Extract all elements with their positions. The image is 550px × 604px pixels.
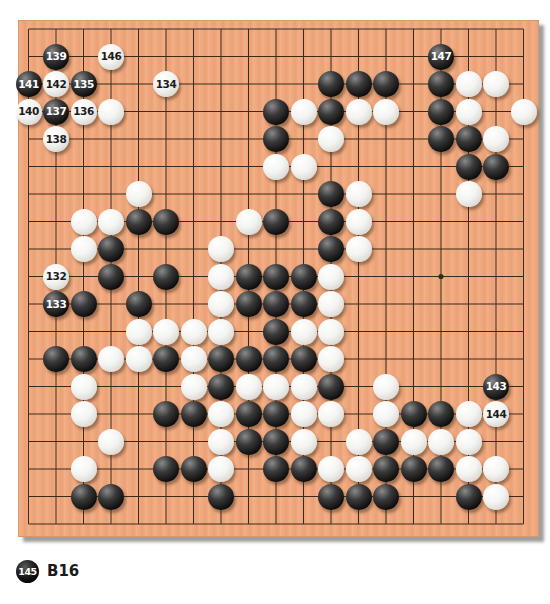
stone-black-L3 [291,456,317,482]
stone-black-R2 [456,484,482,510]
stone-white-T16 [511,99,537,125]
stone-black-S14 [483,154,509,180]
stone-black-R15 [456,126,482,152]
stone-white-J12 [236,209,262,235]
stone-black-L9 [291,291,317,317]
stone-black-K12 [263,209,289,235]
stone-black-K15 [263,126,289,152]
stone-white-S3 [483,456,509,482]
stone-black-L7 [291,346,317,372]
stone-white-D7 [98,346,124,372]
stone-black-Q5 [428,401,454,427]
move-number: 140 [18,106,39,117]
stone-white-L5 [291,401,317,427]
stone-white-K14 [263,154,289,180]
stone-black-O17 [373,71,399,97]
stone-black-Q15 [428,126,454,152]
move-caption: 145 B16 [16,559,79,583]
stone-black-M13 [318,181,344,207]
stone-black-N17 [346,71,372,97]
stone-white-J6 [236,374,262,400]
stone-white-G7 [181,346,207,372]
stone-white-B17: 142 [43,71,69,97]
move-number: 146 [101,51,122,62]
stone-white-Q4 [428,429,454,455]
stone-black-M16 [318,99,344,125]
stone-white-N4 [346,429,372,455]
stone-black-J5 [236,401,262,427]
stone-white-H9 [208,291,234,317]
stone-white-R4 [456,429,482,455]
stone-white-S15 [483,126,509,152]
stone-white-N13 [346,181,372,207]
stone-black-Q17 [428,71,454,97]
stone-white-E13 [126,181,152,207]
stone-black-M11 [318,236,344,262]
stone-black-B16: 137 [43,99,69,125]
stone-white-H3 [208,456,234,482]
stone-black-J4 [236,429,262,455]
stone-black-F7 [153,346,179,372]
stone-black-K9 [263,291,289,317]
stone-white-H5 [208,401,234,427]
caption-point-label: B16 [47,562,79,580]
stone-white-L6 [291,374,317,400]
move-number: 133 [46,299,67,310]
stone-white-R13 [456,181,482,207]
stone-black-C2 [71,484,97,510]
stone-black-C9 [71,291,97,317]
stone-black-Q16 [428,99,454,125]
stone-black-L10 [291,264,317,290]
stone-black-O4 [373,429,399,455]
stone-white-M7 [318,346,344,372]
stone-black-R14 [456,154,482,180]
move-number: 142 [46,79,67,90]
stone-black-J10 [236,264,262,290]
stone-white-C3 [71,456,97,482]
stone-black-F12 [153,209,179,235]
stone-black-N2 [346,484,372,510]
stone-white-C5 [71,401,97,427]
move-number: 147 [431,51,452,62]
stone-black-Q18: 147 [428,44,454,70]
stone-white-A16: 140 [16,99,42,125]
stone-black-G3 [181,456,207,482]
stone-black-H2 [208,484,234,510]
stone-white-G6 [181,374,207,400]
stone-white-D16 [98,99,124,125]
stone-black-Q3 [428,456,454,482]
stone-black-C17: 135 [71,71,97,97]
go-board[interactable]: 1391461471411421351341401371361381321331… [18,20,539,537]
stone-black-E12 [126,209,152,235]
move-number: 137 [46,106,67,117]
move-number: 136 [73,106,94,117]
stone-black-O2 [373,484,399,510]
stone-white-L4 [291,429,317,455]
stone-white-M8 [318,319,344,345]
caption-black-stone-icon: 145 [16,560,39,583]
stone-black-D11 [98,236,124,262]
stone-white-H4 [208,429,234,455]
stone-white-M15 [318,126,344,152]
stone-black-B7 [43,346,69,372]
stone-black-H6 [208,374,234,400]
stone-black-J7 [236,346,262,372]
stone-black-F3 [153,456,179,482]
stone-white-F17: 134 [153,71,179,97]
stone-white-N11 [346,236,372,262]
caption-move-number: 145 [18,566,37,577]
stone-white-H10 [208,264,234,290]
stone-white-L14 [291,154,317,180]
stone-white-L16 [291,99,317,125]
move-number: 143 [486,381,507,392]
stone-white-D12 [98,209,124,235]
stone-black-C7 [71,346,97,372]
stone-black-M17 [318,71,344,97]
stone-black-D10 [98,264,124,290]
stone-black-K8 [263,319,289,345]
move-number: 138 [46,134,67,145]
stone-white-L8 [291,319,317,345]
stone-black-K10 [263,264,289,290]
stone-white-S17 [483,71,509,97]
stone-white-E8 [126,319,152,345]
stone-white-M9 [318,291,344,317]
move-number: 141 [18,79,39,90]
stone-white-B10: 132 [43,264,69,290]
stone-black-O3 [373,456,399,482]
stone-black-S6: 143 [483,374,509,400]
stone-white-S2 [483,484,509,510]
stone-white-P4 [401,429,427,455]
stone-white-E7 [126,346,152,372]
stone-white-R16 [456,99,482,125]
stone-white-C11 [71,236,97,262]
stone-black-E9 [126,291,152,317]
stone-white-B15: 138 [43,126,69,152]
stone-black-K5 [263,401,289,427]
move-number: 134 [156,79,177,90]
stone-white-N16 [346,99,372,125]
stone-black-A17: 141 [16,71,42,97]
move-number: 135 [73,79,94,90]
stone-black-K4 [263,429,289,455]
stone-black-M12 [318,209,344,235]
stone-white-G8 [181,319,207,345]
stone-black-B18: 139 [43,44,69,70]
stone-white-O5 [373,401,399,427]
stone-white-S5: 144 [483,401,509,427]
stone-white-R17 [456,71,482,97]
stone-black-M6 [318,374,344,400]
stone-white-C16: 136 [71,99,97,125]
stone-black-D2 [98,484,124,510]
stone-white-O16 [373,99,399,125]
page: 1391461471411421351341401371361381321331… [0,0,550,604]
move-number: 139 [46,51,67,62]
stone-black-H7 [208,346,234,372]
stone-white-D18: 146 [98,44,124,70]
star-point-Q10 [438,274,443,279]
stone-black-B9: 133 [43,291,69,317]
stone-black-K7 [263,346,289,372]
stone-white-M5 [318,401,344,427]
stone-white-R5 [456,401,482,427]
stone-white-K6 [263,374,289,400]
move-number: 132 [46,271,67,282]
stone-black-F5 [153,401,179,427]
stone-white-H11 [208,236,234,262]
stone-black-J9 [236,291,262,317]
stone-black-P5 [401,401,427,427]
stone-black-M2 [318,484,344,510]
stone-white-R3 [456,456,482,482]
stone-white-C12 [71,209,97,235]
stone-white-C6 [71,374,97,400]
stone-black-P3 [401,456,427,482]
stone-white-H8 [208,319,234,345]
stone-black-G5 [181,401,207,427]
stone-black-F10 [153,264,179,290]
stone-black-K3 [263,456,289,482]
stone-white-O6 [373,374,399,400]
stone-white-M3 [318,456,344,482]
stone-white-N3 [346,456,372,482]
stone-white-F8 [153,319,179,345]
stone-white-D4 [98,429,124,455]
move-number: 144 [486,409,507,420]
stone-white-N12 [346,209,372,235]
stone-white-M10 [318,264,344,290]
stone-black-K16 [263,99,289,125]
